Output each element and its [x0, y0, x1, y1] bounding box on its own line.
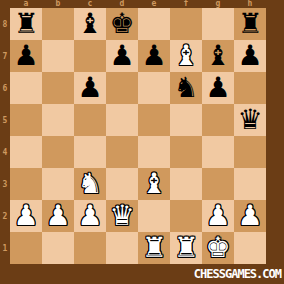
square-c4[interactable] [74, 136, 106, 168]
chess-diagram: abcdefgh 87654321 ♜♝♚♜♟♟♟♝♝♟♟♞♟♛♞♝♟♟♟♛♟♟… [0, 0, 284, 284]
square-c2[interactable]: ♟ [74, 200, 106, 232]
piece-white-pawn: ♟ [205, 200, 230, 232]
rank-label-6: 6 [0, 72, 10, 104]
square-b5[interactable] [42, 104, 74, 136]
square-c1[interactable] [74, 232, 106, 264]
square-c5[interactable] [74, 104, 106, 136]
square-a5[interactable] [10, 104, 42, 136]
square-a4[interactable] [10, 136, 42, 168]
square-d1[interactable] [106, 232, 138, 264]
piece-white-pawn: ♟ [237, 200, 262, 232]
square-a6[interactable] [10, 72, 42, 104]
square-g6[interactable]: ♟ [202, 72, 234, 104]
square-g2[interactable]: ♟ [202, 200, 234, 232]
square-e1[interactable]: ♜ [138, 232, 170, 264]
square-a2[interactable]: ♟ [10, 200, 42, 232]
square-h8[interactable]: ♜ [234, 8, 266, 40]
piece-black-pawn: ♟ [205, 72, 230, 104]
square-e2[interactable] [138, 200, 170, 232]
file-label-e: e [138, 0, 170, 8]
rank-label-4: 4 [0, 136, 10, 168]
square-b2[interactable]: ♟ [42, 200, 74, 232]
square-f4[interactable] [170, 136, 202, 168]
square-h7[interactable]: ♟ [234, 40, 266, 72]
piece-black-pawn: ♟ [237, 40, 262, 72]
square-f6[interactable]: ♞ [170, 72, 202, 104]
square-a8[interactable]: ♜ [10, 8, 42, 40]
piece-black-knight: ♞ [173, 72, 198, 104]
rank-label-5: 5 [0, 104, 10, 136]
square-b8[interactable] [42, 8, 74, 40]
piece-black-pawn: ♟ [141, 40, 166, 72]
square-b7[interactable] [42, 40, 74, 72]
rank-label-8: 8 [0, 8, 10, 40]
square-f3[interactable] [170, 168, 202, 200]
rank-label-3: 3 [0, 168, 10, 200]
square-d8[interactable]: ♚ [106, 8, 138, 40]
piece-white-rook: ♜ [141, 232, 166, 264]
rank-labels: 87654321 [0, 8, 10, 264]
square-g7[interactable]: ♝ [202, 40, 234, 72]
piece-white-queen: ♛ [109, 200, 134, 232]
chessgames-watermark: CHESSGAMES.COM [194, 267, 281, 281]
square-e4[interactable] [138, 136, 170, 168]
square-b6[interactable] [42, 72, 74, 104]
square-e5[interactable] [138, 104, 170, 136]
square-e6[interactable] [138, 72, 170, 104]
piece-white-knight: ♞ [77, 168, 102, 200]
square-h6[interactable] [234, 72, 266, 104]
square-c8[interactable]: ♝ [74, 8, 106, 40]
piece-black-bishop: ♝ [77, 8, 102, 40]
square-f7[interactable]: ♝ [170, 40, 202, 72]
piece-white-pawn: ♟ [77, 200, 102, 232]
file-label-b: b [42, 0, 74, 8]
piece-white-pawn: ♟ [13, 200, 38, 232]
square-d3[interactable] [106, 168, 138, 200]
square-b4[interactable] [42, 136, 74, 168]
square-h3[interactable] [234, 168, 266, 200]
piece-white-pawn: ♟ [45, 200, 70, 232]
square-f1[interactable]: ♜ [170, 232, 202, 264]
square-h4[interactable] [234, 136, 266, 168]
file-label-g: g [202, 0, 234, 8]
square-h5[interactable]: ♛ [234, 104, 266, 136]
square-c6[interactable]: ♟ [74, 72, 106, 104]
square-e8[interactable] [138, 8, 170, 40]
square-d6[interactable] [106, 72, 138, 104]
piece-black-bishop: ♝ [205, 40, 230, 72]
square-d2[interactable]: ♛ [106, 200, 138, 232]
piece-black-pawn: ♟ [109, 40, 134, 72]
file-labels: abcdefgh [10, 0, 266, 8]
piece-white-bishop: ♝ [173, 40, 198, 72]
piece-white-bishop: ♝ [141, 168, 166, 200]
chess-board: ♜♝♚♜♟♟♟♝♝♟♟♞♟♛♞♝♟♟♟♛♟♟♜♜♚ [10, 8, 266, 264]
rank-label-2: 2 [0, 200, 10, 232]
piece-black-rook: ♜ [237, 8, 262, 40]
square-a3[interactable] [10, 168, 42, 200]
square-g1[interactable]: ♚ [202, 232, 234, 264]
square-h1[interactable] [234, 232, 266, 264]
square-g5[interactable] [202, 104, 234, 136]
square-a7[interactable]: ♟ [10, 40, 42, 72]
square-e7[interactable]: ♟ [138, 40, 170, 72]
rank-label-1: 1 [0, 232, 10, 264]
square-e3[interactable]: ♝ [138, 168, 170, 200]
square-a1[interactable] [10, 232, 42, 264]
piece-black-queen: ♛ [237, 104, 262, 136]
square-d5[interactable] [106, 104, 138, 136]
rank-label-7: 7 [0, 40, 10, 72]
piece-black-king: ♚ [109, 8, 134, 40]
square-c3[interactable]: ♞ [74, 168, 106, 200]
piece-black-rook: ♜ [13, 8, 38, 40]
square-d7[interactable]: ♟ [106, 40, 138, 72]
square-f8[interactable] [170, 8, 202, 40]
piece-black-pawn: ♟ [13, 40, 38, 72]
square-g4[interactable] [202, 136, 234, 168]
square-h2[interactable]: ♟ [234, 200, 266, 232]
square-g3[interactable] [202, 168, 234, 200]
file-label-f: f [170, 0, 202, 8]
footer-bar: CHESSGAMES.COM [0, 264, 284, 284]
square-f5[interactable] [170, 104, 202, 136]
square-g8[interactable] [202, 8, 234, 40]
piece-black-pawn: ♟ [77, 72, 102, 104]
square-f2[interactable] [170, 200, 202, 232]
square-b1[interactable] [42, 232, 74, 264]
square-b3[interactable] [42, 168, 74, 200]
piece-white-rook: ♜ [173, 232, 198, 264]
square-d4[interactable] [106, 136, 138, 168]
square-c7[interactable] [74, 40, 106, 72]
piece-white-king: ♚ [205, 232, 230, 264]
